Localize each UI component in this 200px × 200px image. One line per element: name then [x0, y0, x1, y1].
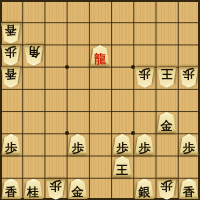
- koma-face: 王: [157, 67, 177, 88]
- koma-kanji-pawn: 歩: [72, 142, 84, 155]
- star-point: [65, 65, 69, 69]
- piece-sente-gold[interactable]: 金: [67, 178, 89, 200]
- koma-shape: 銀: [135, 179, 155, 200]
- koma-kanji-lance: 香: [183, 186, 195, 199]
- piece-gote-king[interactable]: 王: [156, 67, 178, 89]
- piece-sente-pawn[interactable]: 歩: [178, 133, 200, 155]
- koma-kanji-pawn: 歩: [116, 142, 128, 155]
- koma-kanji-pawn: 歩: [183, 67, 195, 80]
- piece-sente-lance[interactable]: 香: [178, 178, 200, 200]
- koma-shape: 歩: [1, 134, 21, 155]
- koma-kanji-pawn: 歩: [138, 142, 150, 155]
- koma-shape: 金: [157, 112, 177, 133]
- piece-sente-pawn[interactable]: 歩: [0, 133, 22, 155]
- koma-face: 歩: [135, 134, 155, 155]
- koma-shape: 王: [112, 156, 132, 177]
- koma-kanji-lance: 香: [5, 186, 17, 199]
- piece-sente-pawn[interactable]: 歩: [111, 133, 133, 155]
- koma-kanji-gold: 金: [72, 186, 84, 199]
- piece-sente-pawn[interactable]: 歩: [133, 133, 155, 155]
- koma-kanji-king: 王: [116, 164, 128, 177]
- piece-gote-lance[interactable]: 香: [0, 67, 22, 89]
- piece-sente-king[interactable]: 王: [111, 156, 133, 178]
- koma-kanji-gold: 金: [161, 120, 173, 133]
- koma-shape: 歩: [1, 45, 21, 66]
- koma-face: 香: [1, 23, 21, 44]
- koma-face: 歩: [179, 134, 199, 155]
- koma-shape: 香: [1, 67, 21, 88]
- piece-sente-lance[interactable]: 香: [0, 178, 22, 200]
- piece-sente-silver[interactable]: 銀: [133, 178, 155, 200]
- koma-shape: 歩: [135, 134, 155, 155]
- piece-sente-gold[interactable]: 金: [156, 111, 178, 133]
- koma-shape: 香: [179, 179, 199, 200]
- koma-kanji-knight: 桂: [27, 186, 39, 199]
- koma-face: 龍: [90, 45, 110, 66]
- piece-gote-pawn[interactable]: 歩: [0, 44, 22, 66]
- piece-gote-pawn[interactable]: 歩: [133, 67, 155, 89]
- koma-shape: 王: [157, 67, 177, 88]
- koma-shape: 歩: [112, 134, 132, 155]
- koma-shape: 角: [24, 45, 44, 66]
- koma-face: 金: [68, 179, 88, 200]
- koma-face: 歩: [68, 134, 88, 155]
- koma-kanji-pawn: 歩: [138, 67, 150, 80]
- koma-face: 桂: [24, 179, 44, 200]
- piece-sente-pawn[interactable]: 歩: [67, 133, 89, 155]
- koma-face: 香: [1, 179, 21, 200]
- koma-face: 香: [179, 179, 199, 200]
- koma-shape: 歩: [157, 179, 177, 200]
- shogi-app: 香歩角龍香歩王歩金歩歩歩歩歩王香桂歩金銀歩香: [0, 0, 200, 200]
- koma-shape: 桂: [24, 179, 44, 200]
- piece-gote-pawn[interactable]: 歩: [156, 178, 178, 200]
- koma-shape: 金: [68, 179, 88, 200]
- koma-shape: 香: [1, 179, 21, 200]
- koma-face: 香: [1, 67, 21, 88]
- koma-kanji-dragon: 龍: [94, 53, 106, 66]
- koma-shape: 歩: [135, 67, 155, 88]
- koma-shape: 龍: [90, 45, 110, 66]
- koma-kanji-pawn: 歩: [5, 142, 17, 155]
- koma-face: 歩: [179, 67, 199, 88]
- koma-kanji-pawn: 歩: [161, 179, 173, 192]
- piece-gote-bishop[interactable]: 角: [22, 44, 44, 66]
- shogi-board[interactable]: 香歩角龍香歩王歩金歩歩歩歩歩王香桂歩金銀歩香: [0, 0, 200, 200]
- piece-gote-pawn[interactable]: 歩: [178, 67, 200, 89]
- piece-gote-pawn[interactable]: 歩: [44, 178, 66, 200]
- piece-sente-knight[interactable]: 桂: [22, 178, 44, 200]
- koma-face: 銀: [135, 179, 155, 200]
- koma-face: 角: [24, 45, 44, 66]
- koma-kanji-pawn: 歩: [50, 179, 62, 192]
- koma-face: 歩: [135, 67, 155, 88]
- koma-face: 王: [112, 156, 132, 177]
- koma-kanji-silver: 銀: [138, 186, 150, 199]
- koma-face: 歩: [112, 134, 132, 155]
- koma-face: 歩: [46, 179, 66, 200]
- koma-shape: 歩: [46, 179, 66, 200]
- koma-face: 歩: [1, 134, 21, 155]
- koma-kanji-king: 王: [161, 67, 173, 80]
- koma-shape: 歩: [179, 67, 199, 88]
- koma-shape: 歩: [179, 134, 199, 155]
- koma-shape: 香: [1, 23, 21, 44]
- koma-kanji-bishop: 角: [27, 45, 39, 58]
- koma-face: 歩: [1, 45, 21, 66]
- piece-gote-lance[interactable]: 香: [0, 22, 22, 44]
- koma-kanji-pawn: 歩: [5, 45, 17, 58]
- koma-kanji-pawn: 歩: [183, 142, 195, 155]
- koma-kanji-lance: 香: [5, 67, 17, 80]
- koma-face: 金: [157, 112, 177, 133]
- koma-kanji-lance: 香: [5, 23, 17, 36]
- koma-face: 歩: [157, 179, 177, 200]
- koma-shape: 歩: [68, 134, 88, 155]
- piece-sente-dragon[interactable]: 龍: [89, 44, 111, 66]
